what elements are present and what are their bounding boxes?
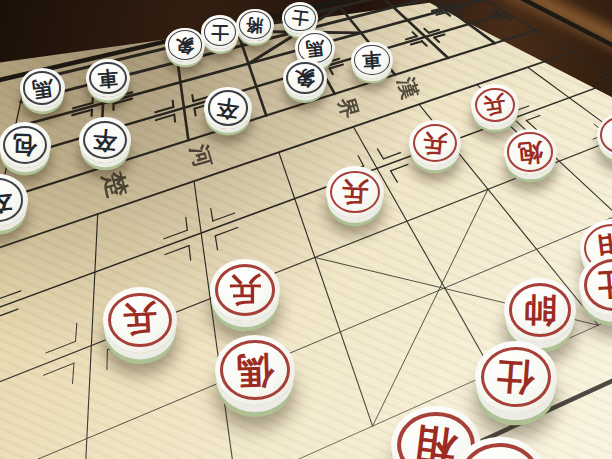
piece-disc: 象 <box>283 59 327 98</box>
piece-character: 兵 <box>407 118 463 169</box>
piece-red-advisor-f0[interactable]: 仕 <box>579 254 612 315</box>
piece-character: 兵 <box>469 81 521 129</box>
piece-disc: 兵 <box>409 120 461 166</box>
piece-disc <box>453 437 547 459</box>
piece-red-soldier-c3[interactable]: 兵 <box>210 259 280 321</box>
piece-character: 車 <box>350 40 394 79</box>
piece-disc: 車 <box>86 59 130 98</box>
piece-black-horse-a8[interactable]: 馬 <box>20 68 65 108</box>
piece-black-general-e9[interactable]: 將 <box>236 9 273 42</box>
piece-disc <box>597 113 612 158</box>
piece-red-general-e0[interactable]: 帥 <box>504 278 577 342</box>
piece-character <box>596 112 612 158</box>
piece-black-elephant-c9[interactable]: 象 <box>165 28 205 63</box>
piece-disc: 卒 <box>0 174 28 226</box>
piece-character: 卒 <box>77 115 132 165</box>
piece-red-soldier-i3[interactable]: 兵 <box>471 84 518 125</box>
piece-disc: 馬 <box>20 68 65 108</box>
piece-character: 士 <box>201 15 240 49</box>
piece-character: 傌 <box>214 333 297 406</box>
piece-black-cannon-b7[interactable]: 包 <box>0 122 51 168</box>
piece-red-unidentified-piece[interactable] <box>453 437 547 459</box>
piece-red-horse-c2[interactable]: 傌 <box>215 335 295 406</box>
piece-character <box>452 435 549 459</box>
piece-character: 馬 <box>17 65 67 110</box>
piece-character: 卒 <box>0 171 30 229</box>
piece-red-soldier-g3[interactable]: 兵 <box>409 120 461 166</box>
piece-black-soldier-c6[interactable]: 卒 <box>79 117 131 162</box>
piece-character: 兵 <box>210 259 280 321</box>
piece-disc: 象 <box>165 28 205 63</box>
piece-character: 帥 <box>503 277 577 342</box>
piece-disc: 兵 <box>103 287 177 352</box>
piece-disc: 兵 <box>326 166 384 217</box>
piece-character: 仕 <box>577 252 612 318</box>
piece-black-soldier-a6[interactable]: 卒 <box>0 174 28 226</box>
piece-red-advisor-d0[interactable]: 仕 <box>475 341 556 412</box>
piece-black-soldier-e6[interactable]: 卒 <box>204 87 252 129</box>
piece-disc: 仕 <box>579 254 612 315</box>
piece-black-chariot-b8[interactable]: 車 <box>86 59 130 98</box>
piece-black-advisor-d9[interactable]: 士 <box>201 15 239 48</box>
piece-character: 包 <box>0 121 52 169</box>
piece-disc: 炮 <box>504 129 557 176</box>
piece-disc: 卒 <box>204 87 252 129</box>
piece-black-elephant-e7[interactable]: 象 <box>283 59 327 98</box>
piece-disc: 兵 <box>210 259 280 321</box>
piece-disc: 仕 <box>475 341 556 412</box>
piece-character: 炮 <box>502 126 559 177</box>
piece-character: 車 <box>85 57 132 99</box>
piece-disc: 兵 <box>471 84 518 125</box>
piece-disc: 傌 <box>215 335 295 406</box>
piece-character: 仕 <box>473 339 559 416</box>
piece-red-unidentified-piece[interactable] <box>597 113 612 158</box>
piece-disc: 帥 <box>504 278 577 342</box>
piece-red-cannon-h2[interactable]: 炮 <box>504 129 557 176</box>
piece-character: 兵 <box>325 165 386 219</box>
piece-disc: 將 <box>236 9 273 42</box>
piece-black-chariot-g8[interactable]: 車 <box>351 42 393 79</box>
piece-red-soldier-e3[interactable]: 兵 <box>326 166 384 217</box>
piece-character: 象 <box>283 58 327 97</box>
piece-character: 卒 <box>202 84 255 132</box>
piece-disc: 包 <box>0 122 51 168</box>
pieces-layer: 馬車象士將士馬車象包卒卒卒兵兵兵兵兵炮傌帥仕相相仕 <box>0 0 612 459</box>
piece-character: 兵 <box>101 286 178 355</box>
piece-disc: 士 <box>201 15 239 48</box>
piece-red-soldier-a3[interactable]: 兵 <box>103 287 177 352</box>
xiangqi-photo-scene: 楚河界漢 馬車象士將士馬車象包卒卒卒兵兵兵兵兵炮傌帥仕相相仕 <box>0 0 612 459</box>
piece-character: 將 <box>235 7 274 42</box>
piece-disc: 車 <box>351 42 393 79</box>
piece-character: 象 <box>165 27 206 63</box>
piece-disc: 卒 <box>79 117 131 162</box>
